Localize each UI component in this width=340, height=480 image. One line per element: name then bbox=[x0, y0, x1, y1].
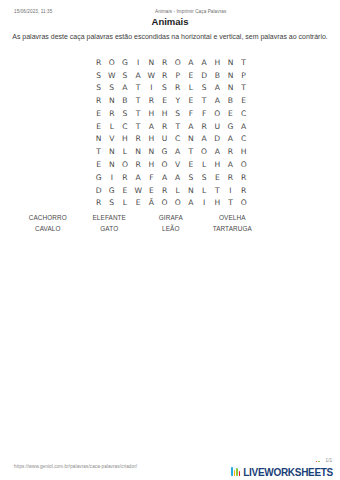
grid-cell-r6c7: T bbox=[171, 120, 184, 133]
grid-cell-r10c2: I bbox=[105, 171, 118, 184]
grid-cell-r8c2: N bbox=[105, 145, 118, 158]
grid-cell-r5c12: C bbox=[237, 107, 250, 120]
grid-cell-r2c9: D bbox=[198, 69, 211, 82]
grid-cell-r3c3: A bbox=[118, 82, 131, 95]
logo-umlaut-dots bbox=[316, 461, 320, 463]
grid-cell-r11c2: G bbox=[105, 184, 118, 197]
grid-cell-r10c10: E bbox=[211, 171, 224, 184]
grid-cell-r4c5: R bbox=[145, 94, 158, 107]
grid-cell-r11c10: T bbox=[211, 184, 224, 197]
grid-cell-r2c10: B bbox=[211, 69, 224, 82]
word-cavalo: CAVALO bbox=[17, 224, 79, 234]
grid-cell-r12c1: R bbox=[92, 196, 105, 209]
grid-cell-r8c6: G bbox=[158, 145, 171, 158]
grid-cell-r2c12: P bbox=[237, 69, 250, 82]
grid-cell-r11c6: R bbox=[158, 184, 171, 197]
grid-cell-r9c5: H bbox=[145, 158, 158, 171]
grid-cell-r7c2: V bbox=[105, 133, 118, 146]
grid-cell-r10c1: G bbox=[92, 171, 105, 184]
grid-cell-r12c3: L bbox=[118, 196, 131, 209]
grid-cell-r11c5: E bbox=[145, 184, 158, 197]
grid-cell-r4c12: E bbox=[237, 94, 250, 107]
footer-url: https://www.geniol.com.br/palavras/caca-… bbox=[14, 464, 137, 469]
grid-cell-r7c10: D bbox=[211, 133, 224, 146]
grid-cell-r12c6: O bbox=[158, 196, 171, 209]
word-elefante: ELEFANTE bbox=[79, 213, 141, 223]
grid-cell-r4c8: E bbox=[184, 94, 197, 107]
grid-cell-r10c4: A bbox=[132, 171, 145, 184]
grid-cell-r11c9: L bbox=[198, 184, 211, 197]
grid-cell-r9c3: O bbox=[118, 158, 131, 171]
grid-cell-r5c1: E bbox=[92, 107, 105, 120]
grid-cell-r12c8: A bbox=[184, 196, 197, 209]
grid-cell-r7c1: N bbox=[92, 133, 105, 146]
grid-cell-r3c5: I bbox=[145, 82, 158, 95]
grid-cell-r2c4: A bbox=[132, 69, 145, 82]
grid-cell-r1c6: R bbox=[158, 56, 171, 69]
grid-cell-r5c11: E bbox=[224, 107, 237, 120]
grid-cell-r11c1: D bbox=[92, 184, 105, 197]
grid-cell-r6c6: R bbox=[158, 120, 171, 133]
grid-cell-r2c8: E bbox=[184, 69, 197, 82]
grid-cell-r12c11: T bbox=[224, 196, 237, 209]
grid-cell-r7c11: A bbox=[224, 133, 237, 146]
grid-cell-r5c8: F bbox=[184, 107, 197, 120]
grid-cell-r3c11: N bbox=[224, 82, 237, 95]
grid-cell-r1c5: N bbox=[145, 56, 158, 69]
grid-cell-r2c2: W bbox=[105, 69, 118, 82]
grid-cell-r6c9: R bbox=[198, 120, 211, 133]
grid-cell-r8c5: N bbox=[145, 145, 158, 158]
grid-cell-r1c9: A bbox=[198, 56, 211, 69]
grid-cell-r12c9: I bbox=[198, 196, 211, 209]
grid-cell-r6c3: C bbox=[118, 120, 131, 133]
grid-cell-r1c10: H bbox=[211, 56, 224, 69]
grid-cell-r3c6: S bbox=[158, 82, 171, 95]
grid-cell-r1c3: G bbox=[118, 56, 131, 69]
word-gato: GATO bbox=[79, 224, 141, 234]
grid-cell-r9c9: L bbox=[198, 158, 211, 171]
grid-cell-r8c11: R bbox=[224, 145, 237, 158]
grid-cell-r6c8: A bbox=[184, 120, 197, 133]
grid-cell-r2c11: N bbox=[224, 69, 237, 82]
print-preview-page: 15/06/2023, 11:35 Animais - Imprimir Caç… bbox=[0, 0, 340, 480]
grid-cell-r3c2: S bbox=[105, 82, 118, 95]
grid-cell-r5c6: H bbox=[158, 107, 171, 120]
grid-cell-r1c8: A bbox=[184, 56, 197, 69]
grid-cell-r3c10: A bbox=[211, 82, 224, 95]
grid-cell-r9c7: V bbox=[171, 158, 184, 171]
grid-cell-r4c7: Y bbox=[171, 94, 184, 107]
grid-cell-r12c7: O bbox=[171, 196, 184, 209]
grid-cell-r11c4: W bbox=[132, 184, 145, 197]
grid-cell-r8c4: N bbox=[132, 145, 145, 158]
liveworksheets-logo-text: LIVEWORKSHEETS bbox=[243, 467, 333, 478]
grid-cell-r8c3: L bbox=[118, 145, 131, 158]
grid-cell-r10c11: R bbox=[224, 171, 237, 184]
grid-cell-r1c4: I bbox=[132, 56, 145, 69]
grid-cell-r8c8: T bbox=[184, 145, 197, 158]
word-list: CACHORROELEFANTEGIRAFAOVELHACAVALOGATOLE… bbox=[17, 213, 263, 234]
grid-cell-r9c11: A bbox=[224, 158, 237, 171]
grid-cell-r11c12: R bbox=[237, 184, 250, 197]
grid-cell-r8c7: A bbox=[171, 145, 184, 158]
grid-cell-r1c7: O bbox=[171, 56, 184, 69]
print-datetime: 15/06/2023, 11:35 bbox=[14, 9, 52, 14]
grid-cell-r10c8: S bbox=[184, 171, 197, 184]
grid-cell-r6c12: A bbox=[237, 120, 250, 133]
liveworksheets-barchart-icon bbox=[230, 466, 241, 477]
grid-cell-r2c7: P bbox=[171, 69, 184, 82]
grid-cell-r6c5: A bbox=[145, 120, 158, 133]
grid-cell-r7c12: C bbox=[237, 133, 250, 146]
grid-cell-r2c5: W bbox=[145, 69, 158, 82]
grid-cell-r4c11: B bbox=[224, 94, 237, 107]
grid-cell-r8c10: A bbox=[211, 145, 224, 158]
word-tartaruga: TARTARUGA bbox=[202, 224, 264, 234]
grid-cell-r7c3: H bbox=[118, 133, 131, 146]
grid-cell-r4c10: A bbox=[211, 94, 224, 107]
word-cachorro: CACHORRO bbox=[17, 213, 79, 223]
grid-cell-r2c3: S bbox=[118, 69, 131, 82]
grid-cell-r3c4: T bbox=[132, 82, 145, 95]
grid-cell-r9c8: E bbox=[184, 158, 197, 171]
grid-cell-r9c12: O bbox=[237, 158, 250, 171]
grid-cell-r6c4: T bbox=[132, 120, 145, 133]
grid-cell-r10c12: R bbox=[237, 171, 250, 184]
grid-cell-r4c4: T bbox=[132, 94, 145, 107]
liveworksheets-logo: LIVEWORKSHEETS bbox=[230, 462, 333, 480]
grid-cell-r7c6: U bbox=[158, 133, 171, 146]
grid-cell-r5c4: T bbox=[132, 107, 145, 120]
grid-cell-r12c4: E bbox=[132, 196, 145, 209]
grid-cell-r11c11: I bbox=[224, 184, 237, 197]
grid-cell-r9c2: N bbox=[105, 158, 118, 171]
grid-cell-r3c8: L bbox=[184, 82, 197, 95]
word-search-grid: ROGINROAAHNTSWSAWRPEDBNPSSATISRLSANTRNBT… bbox=[92, 56, 250, 209]
puzzle-title: Animais bbox=[0, 16, 340, 27]
grid-cell-r12c12: O bbox=[237, 196, 250, 209]
grid-cell-r10c6: A bbox=[158, 171, 171, 184]
grid-cell-r12c5: Ã bbox=[145, 196, 158, 209]
grid-cell-r6c11: G bbox=[224, 120, 237, 133]
grid-cell-r8c12: H bbox=[237, 145, 250, 158]
grid-cell-r7c8: N bbox=[184, 133, 197, 146]
grid-cell-r4c1: R bbox=[92, 94, 105, 107]
grid-cell-r1c11: N bbox=[224, 56, 237, 69]
grid-cell-r3c12: T bbox=[237, 82, 250, 95]
print-doc-title: Animais - Imprimir Caça Palavras bbox=[155, 9, 226, 14]
grid-cell-r4c2: N bbox=[105, 94, 118, 107]
grid-cell-r5c10: O bbox=[211, 107, 224, 120]
grid-cell-r11c3: E bbox=[118, 184, 131, 197]
grid-cell-r11c8: N bbox=[184, 184, 197, 197]
grid-cell-r5c5: H bbox=[145, 107, 158, 120]
grid-cell-r9c10: H bbox=[211, 158, 224, 171]
grid-cell-r9c6: O bbox=[158, 158, 171, 171]
grid-cell-r8c9: O bbox=[198, 145, 211, 158]
grid-cell-r4c9: T bbox=[198, 94, 211, 107]
grid-cell-r3c1: S bbox=[92, 82, 105, 95]
grid-cell-r5c2: R bbox=[105, 107, 118, 120]
word-girafa: GIRAFA bbox=[140, 213, 202, 223]
grid-cell-r10c9: S bbox=[198, 171, 211, 184]
grid-cell-r1c1: R bbox=[92, 56, 105, 69]
grid-cell-r1c12: T bbox=[237, 56, 250, 69]
grid-cell-r2c1: S bbox=[92, 69, 105, 82]
grid-cell-r9c4: R bbox=[132, 158, 145, 171]
grid-cell-r5c7: S bbox=[171, 107, 184, 120]
grid-cell-r10c5: F bbox=[145, 171, 158, 184]
grid-cell-r10c7: A bbox=[171, 171, 184, 184]
grid-cell-r4c6: E bbox=[158, 94, 171, 107]
grid-cell-r10c3: R bbox=[118, 171, 131, 184]
grid-cell-r5c3: S bbox=[118, 107, 131, 120]
grid-cell-r12c10: H bbox=[211, 196, 224, 209]
grid-cell-r6c10: U bbox=[211, 120, 224, 133]
grid-cell-r5c9: F bbox=[198, 107, 211, 120]
word-leão: LEÃO bbox=[140, 224, 202, 234]
grid-cell-r11c7: L bbox=[171, 184, 184, 197]
grid-cell-r6c2: L bbox=[105, 120, 118, 133]
grid-cell-r12c2: S bbox=[105, 196, 118, 209]
grid-cell-r3c7: R bbox=[171, 82, 184, 95]
grid-cell-r1c2: O bbox=[105, 56, 118, 69]
word-ovelha: OVELHA bbox=[202, 213, 264, 223]
grid-cell-r7c9: A bbox=[198, 133, 211, 146]
grid-cell-r3c9: S bbox=[198, 82, 211, 95]
puzzle-instructions: As palavras deste caça palavras estão es… bbox=[10, 33, 330, 40]
grid-cell-r9c1: E bbox=[92, 158, 105, 171]
grid-cell-r7c4: R bbox=[132, 133, 145, 146]
grid-cell-r7c5: H bbox=[145, 133, 158, 146]
grid-cell-r6c1: E bbox=[92, 120, 105, 133]
grid-cell-r7c7: C bbox=[171, 133, 184, 146]
grid-cell-r2c6: R bbox=[158, 69, 171, 82]
grid-cell-r4c3: B bbox=[118, 94, 131, 107]
grid-cell-r8c1: T bbox=[92, 145, 105, 158]
